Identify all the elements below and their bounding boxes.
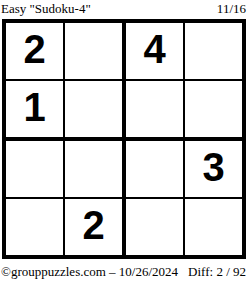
cell-r2c4[interactable]	[185, 81, 242, 141]
footer: ©grouppuzzles.com – 10/26/2024 Diff: 2 /…	[1, 264, 246, 280]
copyright-text: ©grouppuzzles.com – 10/26/2024	[1, 264, 178, 280]
cell-r3c4: 3	[185, 141, 242, 199]
cell-r1c4[interactable]	[185, 23, 242, 81]
cell-r4c2: 2	[65, 199, 126, 255]
page-title: Easy "Sudoku-4"	[1, 1, 91, 17]
cell-r1c3: 4	[126, 23, 185, 81]
cell-r3c1[interactable]	[6, 141, 65, 199]
cell-r3c2[interactable]	[65, 141, 126, 199]
cell-r1c2[interactable]	[65, 23, 126, 81]
header: Easy "Sudoku-4" 11/16	[1, 1, 246, 17]
cell-r2c2[interactable]	[65, 81, 126, 141]
sudoku-board: 2 4 1 3 2	[2, 19, 246, 259]
puzzle-page: Easy "Sudoku-4" 11/16 2 4 1 3 2 ©grouppu…	[0, 0, 248, 282]
cell-r2c3[interactable]	[126, 81, 185, 141]
cell-r4c3[interactable]	[126, 199, 185, 255]
puzzle-counter: 11/16	[217, 1, 246, 17]
cell-r3c3[interactable]	[126, 141, 185, 199]
difficulty-text: Diff: 2 / 92	[188, 264, 246, 280]
cell-r2c1: 1	[6, 81, 65, 141]
cell-r4c4[interactable]	[185, 199, 242, 255]
cell-r1c1: 2	[6, 23, 65, 81]
cell-r4c1[interactable]	[6, 199, 65, 255]
